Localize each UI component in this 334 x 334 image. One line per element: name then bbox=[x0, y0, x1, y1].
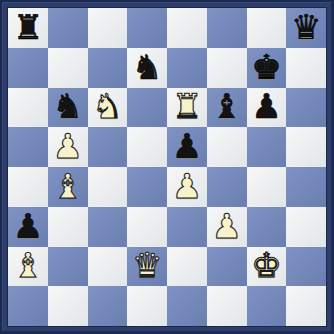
square-f2[interactable] bbox=[207, 247, 247, 287]
square-a8[interactable]: ♜ bbox=[8, 8, 48, 48]
square-h2[interactable] bbox=[286, 247, 326, 287]
square-g4[interactable] bbox=[247, 167, 287, 207]
square-g2[interactable]: ♚ bbox=[247, 247, 287, 287]
square-d2[interactable]: ♛ bbox=[127, 247, 167, 287]
square-c3[interactable] bbox=[88, 207, 128, 247]
piece-white-pawn[interactable]: ♟ bbox=[52, 129, 82, 163]
square-c1[interactable] bbox=[88, 286, 128, 326]
square-d5[interactable] bbox=[127, 127, 167, 167]
square-c2[interactable] bbox=[88, 247, 128, 287]
piece-white-pawn[interactable]: ♟ bbox=[211, 209, 241, 243]
square-b5[interactable]: ♟ bbox=[48, 127, 88, 167]
square-b3[interactable] bbox=[48, 207, 88, 247]
piece-black-knight[interactable]: ♞ bbox=[52, 89, 82, 123]
piece-black-king[interactable]: ♚ bbox=[251, 50, 281, 84]
piece-black-rook[interactable]: ♜ bbox=[13, 10, 43, 44]
square-h8[interactable]: ♛ bbox=[286, 8, 326, 48]
square-f5[interactable] bbox=[207, 127, 247, 167]
piece-white-bishop[interactable]: ♝ bbox=[52, 169, 82, 203]
square-a4[interactable] bbox=[8, 167, 48, 207]
square-c8[interactable] bbox=[88, 8, 128, 48]
square-h7[interactable] bbox=[286, 48, 326, 88]
square-b4[interactable]: ♝ bbox=[48, 167, 88, 207]
square-e3[interactable] bbox=[167, 207, 207, 247]
square-g3[interactable] bbox=[247, 207, 287, 247]
square-f6[interactable]: ♝ bbox=[207, 88, 247, 128]
board-frame: ♜♛♞♚♞♞♜♝♟♟♟♝♟♟♟♝♛♚ bbox=[0, 0, 334, 334]
square-g1[interactable] bbox=[247, 286, 287, 326]
piece-white-queen[interactable]: ♛ bbox=[132, 248, 162, 282]
piece-black-pawn[interactable]: ♟ bbox=[13, 209, 43, 243]
piece-white-knight[interactable]: ♞ bbox=[92, 89, 122, 123]
square-f3[interactable]: ♟ bbox=[207, 207, 247, 247]
square-d3[interactable] bbox=[127, 207, 167, 247]
piece-white-pawn[interactable]: ♟ bbox=[172, 169, 202, 203]
square-b2[interactable] bbox=[48, 247, 88, 287]
square-h1[interactable] bbox=[286, 286, 326, 326]
square-g8[interactable] bbox=[247, 8, 287, 48]
square-d4[interactable] bbox=[127, 167, 167, 207]
square-e5[interactable]: ♟ bbox=[167, 127, 207, 167]
square-f7[interactable] bbox=[207, 48, 247, 88]
piece-black-knight[interactable]: ♞ bbox=[132, 50, 162, 84]
square-b1[interactable] bbox=[48, 286, 88, 326]
square-d8[interactable] bbox=[127, 8, 167, 48]
square-d1[interactable] bbox=[127, 286, 167, 326]
square-e2[interactable] bbox=[167, 247, 207, 287]
square-f8[interactable] bbox=[207, 8, 247, 48]
piece-black-pawn[interactable]: ♟ bbox=[172, 129, 202, 163]
square-h6[interactable] bbox=[286, 88, 326, 128]
square-b7[interactable] bbox=[48, 48, 88, 88]
piece-white-rook[interactable]: ♜ bbox=[172, 89, 202, 123]
piece-black-pawn[interactable]: ♟ bbox=[251, 89, 281, 123]
square-e7[interactable] bbox=[167, 48, 207, 88]
square-e6[interactable]: ♜ bbox=[167, 88, 207, 128]
square-d6[interactable] bbox=[127, 88, 167, 128]
piece-white-king[interactable]: ♚ bbox=[251, 248, 281, 282]
square-g5[interactable] bbox=[247, 127, 287, 167]
square-h3[interactable] bbox=[286, 207, 326, 247]
square-a2[interactable]: ♝ bbox=[8, 247, 48, 287]
square-f4[interactable] bbox=[207, 167, 247, 207]
square-g7[interactable]: ♚ bbox=[247, 48, 287, 88]
square-a1[interactable] bbox=[8, 286, 48, 326]
square-c4[interactable] bbox=[88, 167, 128, 207]
square-c7[interactable] bbox=[88, 48, 128, 88]
chess-board: ♜♛♞♚♞♞♜♝♟♟♟♝♟♟♟♝♛♚ bbox=[8, 8, 326, 326]
piece-black-queen[interactable]: ♛ bbox=[291, 10, 321, 44]
square-h4[interactable] bbox=[286, 167, 326, 207]
square-h5[interactable] bbox=[286, 127, 326, 167]
square-a7[interactable] bbox=[8, 48, 48, 88]
piece-black-bishop[interactable]: ♝ bbox=[211, 89, 241, 123]
square-d7[interactable]: ♞ bbox=[127, 48, 167, 88]
square-a5[interactable] bbox=[8, 127, 48, 167]
square-e8[interactable] bbox=[167, 8, 207, 48]
square-b8[interactable] bbox=[48, 8, 88, 48]
square-a6[interactable] bbox=[8, 88, 48, 128]
square-e1[interactable] bbox=[167, 286, 207, 326]
square-e4[interactable]: ♟ bbox=[167, 167, 207, 207]
square-a3[interactable]: ♟ bbox=[8, 207, 48, 247]
square-b6[interactable]: ♞ bbox=[48, 88, 88, 128]
square-f1[interactable] bbox=[207, 286, 247, 326]
square-c5[interactable] bbox=[88, 127, 128, 167]
piece-white-bishop[interactable]: ♝ bbox=[13, 248, 43, 282]
square-g6[interactable]: ♟ bbox=[247, 88, 287, 128]
square-c6[interactable]: ♞ bbox=[88, 88, 128, 128]
